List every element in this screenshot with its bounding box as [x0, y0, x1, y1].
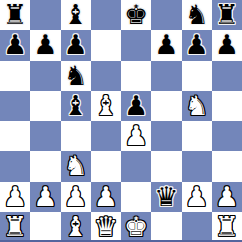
square-f5[interactable]: [151, 91, 181, 121]
piece-black-pawn: ♟: [64, 30, 88, 60]
piece-black-knight: ♞: [64, 61, 88, 91]
piece-white-rook: ♜: [3, 212, 27, 242]
square-c3[interactable]: ♞: [61, 151, 91, 181]
square-d2[interactable]: ♟: [91, 182, 121, 212]
square-g6[interactable]: [182, 61, 212, 91]
square-d4[interactable]: [91, 121, 121, 151]
piece-white-pawn: ♟: [124, 121, 148, 151]
square-h1[interactable]: ♜: [212, 212, 242, 242]
square-b6[interactable]: [30, 61, 60, 91]
square-c1[interactable]: ♝: [61, 212, 91, 242]
square-b2[interactable]: ♟: [30, 182, 60, 212]
square-g2[interactable]: ♟: [182, 182, 212, 212]
square-a4[interactable]: [0, 121, 30, 151]
square-f3[interactable]: [151, 151, 181, 181]
square-d3[interactable]: [91, 151, 121, 181]
square-g1[interactable]: [182, 212, 212, 242]
square-f4[interactable]: [151, 121, 181, 151]
square-c7[interactable]: ♟: [61, 30, 91, 60]
square-a5[interactable]: [0, 91, 30, 121]
square-a2[interactable]: ♟: [0, 182, 30, 212]
square-e8[interactable]: ♚: [121, 0, 151, 30]
piece-white-pawn: ♟: [185, 182, 209, 212]
square-f6[interactable]: [151, 61, 181, 91]
chess-board: ♜♝♚♞♜♟♟♟♟♟♟♞♝♝♟♞♟♞♟♟♟♟♛♟♟♜♝♛♚♜: [0, 0, 242, 242]
square-h7[interactable]: ♟: [212, 30, 242, 60]
square-c5[interactable]: ♝: [61, 91, 91, 121]
piece-white-king: ♚: [124, 212, 148, 242]
square-d6[interactable]: [91, 61, 121, 91]
square-b7[interactable]: ♟: [30, 30, 60, 60]
piece-black-rook: ♜: [215, 0, 239, 30]
square-b1[interactable]: [30, 212, 60, 242]
square-e3[interactable]: [121, 151, 151, 181]
piece-white-knight: ♞: [185, 91, 209, 121]
piece-black-pawn: ♟: [185, 30, 209, 60]
piece-white-pawn: ♟: [33, 182, 57, 212]
square-e4[interactable]: ♟: [121, 121, 151, 151]
piece-black-pawn: ♟: [3, 30, 27, 60]
piece-black-pawn: ♟: [215, 30, 239, 60]
square-a7[interactable]: ♟: [0, 30, 30, 60]
piece-white-pawn: ♟: [3, 182, 27, 212]
square-f8[interactable]: [151, 0, 181, 30]
square-a6[interactable]: [0, 61, 30, 91]
square-d8[interactable]: [91, 0, 121, 30]
piece-white-rook: ♜: [215, 212, 239, 242]
piece-white-pawn: ♟: [64, 182, 88, 212]
square-d1[interactable]: ♛: [91, 212, 121, 242]
square-g3[interactable]: [182, 151, 212, 181]
square-g8[interactable]: ♞: [182, 0, 212, 30]
piece-black-pawn: ♟: [124, 91, 148, 121]
square-b5[interactable]: [30, 91, 60, 121]
square-h4[interactable]: [212, 121, 242, 151]
square-h3[interactable]: [212, 151, 242, 181]
piece-white-queen: ♛: [94, 212, 118, 242]
square-e2[interactable]: [121, 182, 151, 212]
square-f1[interactable]: [151, 212, 181, 242]
piece-white-pawn: ♟: [215, 182, 239, 212]
square-h2[interactable]: ♟: [212, 182, 242, 212]
square-c4[interactable]: [61, 121, 91, 151]
square-d7[interactable]: [91, 30, 121, 60]
piece-black-bishop: ♝: [64, 91, 88, 121]
square-a1[interactable]: ♜: [0, 212, 30, 242]
piece-white-knight: ♞: [64, 151, 88, 181]
square-e7[interactable]: [121, 30, 151, 60]
square-c6[interactable]: ♞: [61, 61, 91, 91]
piece-black-rook: ♜: [3, 0, 27, 30]
square-e1[interactable]: ♚: [121, 212, 151, 242]
piece-black-pawn: ♟: [154, 30, 178, 60]
piece-black-queen: ♛: [154, 182, 178, 212]
square-h6[interactable]: [212, 61, 242, 91]
chess-board-wrap: ♜♝♚♞♜♟♟♟♟♟♟♞♝♝♟♞♟♞♟♟♟♟♛♟♟♜♝♛♚♜: [0, 0, 242, 242]
square-b4[interactable]: [30, 121, 60, 151]
piece-black-knight: ♞: [185, 0, 209, 30]
square-f7[interactable]: ♟: [151, 30, 181, 60]
square-e5[interactable]: ♟: [121, 91, 151, 121]
square-g4[interactable]: [182, 121, 212, 151]
piece-white-bishop: ♝: [94, 91, 118, 121]
square-d5[interactable]: ♝: [91, 91, 121, 121]
square-b3[interactable]: [30, 151, 60, 181]
square-g7[interactable]: ♟: [182, 30, 212, 60]
square-g5[interactable]: ♞: [182, 91, 212, 121]
square-h8[interactable]: ♜: [212, 0, 242, 30]
square-e6[interactable]: [121, 61, 151, 91]
square-f2[interactable]: ♛: [151, 182, 181, 212]
piece-black-king: ♚: [124, 0, 148, 30]
square-b8[interactable]: [30, 0, 60, 30]
square-h5[interactable]: [212, 91, 242, 121]
piece-white-pawn: ♟: [94, 182, 118, 212]
square-c2[interactable]: ♟: [61, 182, 91, 212]
piece-black-bishop: ♝: [64, 0, 88, 30]
piece-white-bishop: ♝: [64, 212, 88, 242]
piece-black-pawn: ♟: [33, 30, 57, 60]
square-a8[interactable]: ♜: [0, 0, 30, 30]
square-c8[interactable]: ♝: [61, 0, 91, 30]
square-a3[interactable]: [0, 151, 30, 181]
